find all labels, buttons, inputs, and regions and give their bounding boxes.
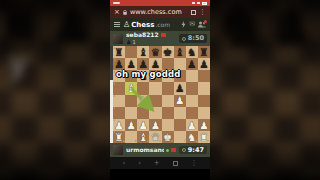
- messages-icon[interactable]: ✉: [189, 21, 195, 28]
- square-b2[interactable]: ♟: [125, 119, 137, 131]
- square-f8[interactable]: ♝: [174, 46, 186, 58]
- square-f1[interactable]: f: [174, 131, 186, 143]
- black-piece-p-g7[interactable]: ♟: [187, 59, 196, 70]
- square-g3[interactable]: [186, 107, 198, 119]
- square-h3[interactable]: [198, 107, 210, 119]
- carrier-text-blob: [113, 2, 120, 4]
- square-g6[interactable]: [186, 70, 198, 82]
- letterbox-bottom: [110, 169, 210, 180]
- square-d4[interactable]: [149, 95, 161, 107]
- background-shade: [0, 0, 110, 180]
- square-a1[interactable]: 1a♜: [113, 131, 125, 143]
- opponent-info-bar: seba8212 ♟ 1 8:50: [110, 31, 210, 46]
- file-label: b: [135, 140, 137, 143]
- background-blur-right: ♞ ♟: [210, 0, 320, 180]
- black-piece-p-d7[interactable]: ♟: [151, 59, 160, 70]
- video-caption: oh my goddd: [116, 69, 181, 79]
- captured-pawn-icon: ♟: [126, 39, 131, 45]
- overflow-menu-icon[interactable]: ⋮: [199, 9, 206, 16]
- white-piece-p-g2[interactable]: ♟: [187, 120, 196, 131]
- square-b5[interactable]: ♝: [125, 82, 137, 94]
- logo-suffix: .com: [155, 21, 170, 28]
- square-a8[interactable]: 8♜: [113, 46, 125, 58]
- white-piece-b-c1[interactable]: ♝: [139, 132, 148, 143]
- square-e8[interactable]: ♚: [162, 46, 174, 58]
- white-piece-n-c4[interactable]: ♞: [139, 95, 148, 106]
- overflow-menu-icon[interactable]: ⋮: [191, 160, 198, 167]
- black-piece-r-a8[interactable]: ♜: [114, 47, 123, 58]
- square-a2[interactable]: 2♟: [113, 119, 125, 131]
- white-piece-p-f4[interactable]: ♟: [175, 95, 184, 106]
- bolt-icon[interactable]: [181, 21, 186, 28]
- square-f5[interactable]: ♟: [174, 82, 186, 94]
- black-piece-b-f8[interactable]: ♝: [175, 47, 184, 58]
- white-piece-q-d1[interactable]: ♛: [151, 132, 160, 143]
- square-d8[interactable]: ♛: [149, 46, 161, 58]
- forward-icon[interactable]: ›: [138, 160, 141, 167]
- black-piece-p-a7[interactable]: ♟: [114, 59, 123, 70]
- white-piece-r-h1[interactable]: ♜: [199, 132, 208, 143]
- square-e1[interactable]: e♚: [162, 131, 174, 143]
- white-piece-b-b5[interactable]: ♝: [126, 83, 135, 94]
- captured-count: 1: [132, 40, 135, 45]
- white-piece-n-g1[interactable]: ♞: [187, 132, 196, 143]
- player-username[interactable]: urmomsandfgs: [126, 147, 164, 153]
- square-h2[interactable]: ♟: [198, 119, 210, 131]
- file-label: f: [184, 140, 185, 143]
- background-shade: [210, 0, 320, 180]
- board-area: 8♜♝♛♚♝♞♜7♟♟♟♟♟♟6♞5♝♟4♞♟32♟♟♟♟♟♟1a♜bc♝d♛e…: [110, 46, 210, 143]
- white-piece-r-a1[interactable]: ♜: [114, 132, 123, 143]
- square-b3[interactable]: [125, 107, 137, 119]
- square-e2[interactable]: [162, 119, 174, 131]
- black-piece-k-e8[interactable]: ♚: [163, 47, 172, 58]
- player-info-bar: urmomsandfgs 9:47: [110, 143, 210, 157]
- opponent-avatar[interactable]: [113, 34, 123, 44]
- opponent-clock-time: 8:50: [188, 35, 204, 42]
- player-clock-time: 9:47: [188, 147, 204, 154]
- background-blur-left: ♜ ♟ y: [0, 0, 110, 180]
- browser-url-bar: × www.chess.com ⋮: [110, 6, 210, 18]
- clock-icon: [182, 37, 186, 41]
- friends-icon[interactable]: [198, 21, 206, 28]
- black-piece-p-f5[interactable]: ♟: [175, 83, 184, 94]
- rank-label: 5: [114, 83, 116, 86]
- url-text[interactable]: www.chess.com: [130, 8, 188, 16]
- black-piece-b-c8[interactable]: ♝: [139, 47, 148, 58]
- square-a5[interactable]: 5: [113, 82, 125, 94]
- player-clock: 9:47: [179, 146, 207, 155]
- square-d5[interactable]: [149, 82, 161, 94]
- pawn-logo-icon: ♙: [123, 21, 130, 29]
- white-piece-p-b2[interactable]: ♟: [126, 120, 135, 131]
- square-f2[interactable]: [174, 119, 186, 131]
- video-frame: ♜ ♟ y ♞ ♟ × www.chess.com ⋮: [0, 0, 320, 180]
- square-h5[interactable]: [198, 82, 210, 94]
- square-g7[interactable]: ♟: [186, 58, 198, 70]
- white-piece-p-a2[interactable]: ♟: [114, 120, 123, 131]
- square-g1[interactable]: g♞: [186, 131, 198, 143]
- new-tab-icon[interactable]: +: [154, 160, 160, 167]
- square-g8[interactable]: ♞: [186, 46, 198, 58]
- logo-text: Chess: [131, 21, 154, 29]
- opponent-captured-pieces: ♟ 1: [126, 39, 176, 45]
- square-e3[interactable]: [162, 107, 174, 119]
- square-c8[interactable]: ♝: [137, 46, 149, 58]
- white-piece-p-d2[interactable]: ♟: [151, 120, 160, 131]
- square-c5[interactable]: [137, 82, 149, 94]
- online-status-dot: [166, 149, 169, 152]
- rank-label: 3: [114, 107, 116, 110]
- white-piece-p-h2[interactable]: ♟: [199, 120, 208, 131]
- square-b1[interactable]: b: [125, 131, 137, 143]
- menu-icon[interactable]: [114, 22, 120, 27]
- chesscom-logo[interactable]: ♙ Chess .com: [123, 21, 178, 29]
- black-piece-p-c7[interactable]: ♟: [139, 59, 148, 70]
- white-piece-p-c2[interactable]: ♟: [139, 120, 148, 131]
- square-a4[interactable]: 4: [113, 95, 125, 107]
- square-c4[interactable]: ♞: [137, 95, 149, 107]
- black-piece-p-b7[interactable]: ♟: [126, 59, 135, 70]
- square-g2[interactable]: ♟: [186, 119, 198, 131]
- wifi-icon: [197, 2, 200, 4]
- square-f4[interactable]: ♟: [174, 95, 186, 107]
- square-d3[interactable]: [149, 107, 161, 119]
- square-g4[interactable]: [186, 95, 198, 107]
- square-c2[interactable]: ♟: [137, 119, 149, 131]
- square-h6[interactable]: [198, 70, 210, 82]
- player-avatar[interactable]: [113, 145, 123, 155]
- phone-screen: × www.chess.com ⋮ ♙ Chess .com ✉: [110, 0, 210, 180]
- white-piece-k-e1[interactable]: ♚: [163, 132, 172, 143]
- rank-label: 4: [114, 95, 116, 98]
- opponent-clock: 8:50: [179, 34, 207, 43]
- black-piece-p-h7[interactable]: ♟: [199, 59, 208, 70]
- square-h4[interactable]: [198, 95, 210, 107]
- square-a3[interactable]: 3: [113, 107, 125, 119]
- player-flag-icon: [171, 148, 176, 152]
- tabs-icon[interactable]: [191, 10, 196, 15]
- square-e5[interactable]: [162, 82, 174, 94]
- square-h1[interactable]: h♜: [198, 131, 210, 143]
- square-c3[interactable]: [137, 107, 149, 119]
- browser-bottom-nav: ‹ › + ⋮: [110, 157, 210, 169]
- black-piece-n-g8[interactable]: ♞: [187, 47, 196, 58]
- square-h8[interactable]: ♜: [198, 46, 210, 58]
- notification-badge: [204, 20, 207, 23]
- square-d2[interactable]: ♟: [149, 119, 161, 131]
- signal-icon: [192, 2, 195, 4]
- lock-icon: [123, 10, 127, 15]
- chesscom-header: ♙ Chess .com ✉: [110, 18, 210, 31]
- clock-icon: [182, 148, 186, 152]
- square-b4[interactable]: [125, 95, 137, 107]
- black-piece-q-d8[interactable]: ♛: [151, 47, 160, 58]
- opponent-flag-icon: [161, 33, 166, 37]
- square-b8[interactable]: [125, 46, 137, 58]
- chess-board[interactable]: 8♜♝♛♚♝♞♜7♟♟♟♟♟♟6♞5♝♟4♞♟32♟♟♟♟♟♟1a♜bc♝d♛e…: [113, 46, 210, 143]
- square-f3[interactable]: [174, 107, 186, 119]
- tab-switcher-icon[interactable]: [173, 161, 178, 166]
- square-c1[interactable]: c♝: [137, 131, 149, 143]
- square-d1[interactable]: d♛: [149, 131, 161, 143]
- battery-icon: [202, 2, 207, 5]
- square-g5[interactable]: [186, 82, 198, 94]
- black-piece-r-h8[interactable]: ♜: [199, 47, 208, 58]
- close-icon[interactable]: ×: [114, 9, 120, 16]
- square-e4[interactable]: [162, 95, 174, 107]
- square-h7[interactable]: ♟: [198, 58, 210, 70]
- back-icon[interactable]: ‹: [122, 160, 125, 167]
